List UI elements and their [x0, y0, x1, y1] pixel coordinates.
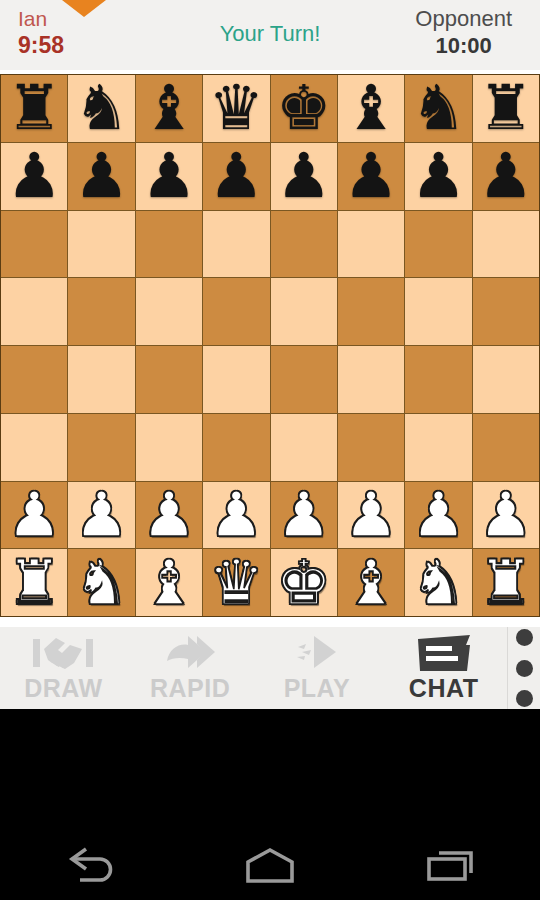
square-f4[interactable]	[338, 346, 404, 413]
bottom-black-area	[0, 709, 540, 900]
white-pawn: ♟	[411, 484, 467, 546]
square-b6[interactable]	[68, 211, 134, 278]
opponent-label: Opponent	[415, 6, 512, 32]
square-c7[interactable]: ♟	[136, 143, 202, 210]
chat-button[interactable]: CHAT	[380, 627, 507, 709]
square-d6[interactable]	[203, 211, 269, 278]
black-queen: ♛	[209, 77, 265, 139]
square-g5[interactable]	[405, 278, 471, 345]
square-e7[interactable]: ♟	[271, 143, 337, 210]
back-button[interactable]	[0, 846, 180, 884]
black-pawn: ♟	[209, 145, 265, 207]
square-g4[interactable]	[405, 346, 471, 413]
white-knight: ♞	[74, 552, 130, 614]
square-g1[interactable]: ♞	[405, 549, 471, 616]
square-f5[interactable]	[338, 278, 404, 345]
home-icon	[243, 846, 297, 884]
square-c6[interactable]	[136, 211, 202, 278]
square-f1[interactable]: ♝	[338, 549, 404, 616]
white-bishop: ♝	[343, 552, 399, 614]
black-pawn: ♟	[343, 145, 399, 207]
square-b2[interactable]: ♟	[68, 482, 134, 549]
square-c2[interactable]: ♟	[136, 482, 202, 549]
square-d7[interactable]: ♟	[203, 143, 269, 210]
menu-dot-icon	[516, 690, 533, 707]
square-d2[interactable]: ♟	[203, 482, 269, 549]
square-e4[interactable]	[271, 346, 337, 413]
square-c8[interactable]: ♝	[136, 75, 202, 142]
back-arrow-icon	[65, 846, 115, 884]
fast-forward-icon	[165, 633, 215, 673]
draw-label: DRAW	[24, 674, 102, 703]
square-b4[interactable]	[68, 346, 134, 413]
black-pawn: ♟	[6, 145, 62, 207]
square-h8[interactable]: ♜	[473, 75, 539, 142]
square-e2[interactable]: ♟	[271, 482, 337, 549]
square-a1[interactable]: ♜	[1, 549, 67, 616]
square-h2[interactable]: ♟	[473, 482, 539, 549]
black-rook: ♜	[478, 77, 534, 139]
chat-bubble-icon	[416, 633, 472, 673]
square-d3[interactable]	[203, 414, 269, 481]
opponent-clock: 10:00	[415, 32, 512, 59]
black-bishop: ♝	[343, 77, 399, 139]
chess-board: ♜♞♝♛♚♝♞♜♟♟♟♟♟♟♟♟♟♟♟♟♟♟♟♟♜♞♝♛♚♝♞♜	[0, 74, 540, 617]
square-h6[interactable]	[473, 211, 539, 278]
square-h3[interactable]	[473, 414, 539, 481]
black-pawn: ♟	[411, 145, 467, 207]
menu-dot-icon	[516, 660, 533, 677]
square-e3[interactable]	[271, 414, 337, 481]
white-pawn: ♟	[343, 484, 399, 546]
square-a7[interactable]: ♟	[1, 143, 67, 210]
recents-button[interactable]	[360, 846, 540, 884]
rapid-button[interactable]: RAPID	[127, 627, 254, 709]
app-screen: Ian 9:58 Your Turn! Opponent 10:00 ♜♞♝♛♚…	[0, 0, 540, 900]
white-pawn: ♟	[6, 484, 62, 546]
play-arrow-icon	[292, 633, 342, 673]
square-b8[interactable]: ♞	[68, 75, 134, 142]
white-rook: ♜	[6, 552, 62, 614]
square-d4[interactable]	[203, 346, 269, 413]
square-a6[interactable]	[1, 211, 67, 278]
white-rook: ♜	[478, 552, 534, 614]
square-a8[interactable]: ♜	[1, 75, 67, 142]
square-g3[interactable]	[405, 414, 471, 481]
handshake-icon	[32, 633, 94, 673]
square-e5[interactable]	[271, 278, 337, 345]
square-g2[interactable]: ♟	[405, 482, 471, 549]
action-toolbar: DRAW RAPID PLAY CHAT	[0, 627, 540, 709]
square-h5[interactable]	[473, 278, 539, 345]
white-knight: ♞	[411, 552, 467, 614]
square-f6[interactable]	[338, 211, 404, 278]
square-b5[interactable]	[68, 278, 134, 345]
play-label: PLAY	[284, 674, 350, 703]
opponent-info: Opponent 10:00	[415, 6, 512, 59]
black-king: ♚	[276, 77, 332, 139]
square-a3[interactable]	[1, 414, 67, 481]
square-d5[interactable]	[203, 278, 269, 345]
game-header: Ian 9:58 Your Turn! Opponent 10:00	[0, 0, 540, 70]
white-pawn: ♟	[141, 484, 197, 546]
square-b3[interactable]	[68, 414, 134, 481]
black-rook: ♜	[6, 77, 62, 139]
recents-icon	[424, 846, 476, 884]
home-button[interactable]	[180, 846, 360, 884]
rapid-label: RAPID	[150, 674, 230, 703]
white-bishop: ♝	[141, 552, 197, 614]
square-b7[interactable]: ♟	[68, 143, 134, 210]
square-e6[interactable]	[271, 211, 337, 278]
black-knight: ♞	[411, 77, 467, 139]
square-g7[interactable]: ♟	[405, 143, 471, 210]
white-pawn: ♟	[276, 484, 332, 546]
black-pawn: ♟	[141, 145, 197, 207]
square-a4[interactable]	[1, 346, 67, 413]
square-c4[interactable]	[136, 346, 202, 413]
square-e1[interactable]: ♚	[271, 549, 337, 616]
turn-indicator-arrow-icon	[62, 0, 106, 17]
square-g8[interactable]: ♞	[405, 75, 471, 142]
square-d8[interactable]: ♛	[203, 75, 269, 142]
black-bishop: ♝	[141, 77, 197, 139]
square-h4[interactable]	[473, 346, 539, 413]
square-b1[interactable]: ♞	[68, 549, 134, 616]
android-navbar	[0, 846, 540, 884]
play-button[interactable]: PLAY	[254, 627, 381, 709]
square-h1[interactable]: ♜	[473, 549, 539, 616]
black-pawn: ♟	[276, 145, 332, 207]
menu-dot-icon	[516, 629, 533, 646]
square-f8[interactable]: ♝	[338, 75, 404, 142]
draw-button[interactable]: DRAW	[0, 627, 127, 709]
square-a2[interactable]: ♟	[1, 482, 67, 549]
square-a5[interactable]	[1, 278, 67, 345]
square-e8[interactable]: ♚	[271, 75, 337, 142]
square-c3[interactable]	[136, 414, 202, 481]
black-pawn: ♟	[478, 145, 534, 207]
square-f2[interactable]: ♟	[338, 482, 404, 549]
black-knight: ♞	[74, 77, 130, 139]
white-king: ♚	[276, 552, 332, 614]
square-g6[interactable]	[405, 211, 471, 278]
square-c1[interactable]: ♝	[136, 549, 202, 616]
chat-label: CHAT	[409, 674, 479, 703]
black-pawn: ♟	[74, 145, 130, 207]
white-pawn: ♟	[209, 484, 265, 546]
square-h7[interactable]: ♟	[473, 143, 539, 210]
white-queen: ♛	[209, 552, 265, 614]
white-pawn: ♟	[74, 484, 130, 546]
white-pawn: ♟	[478, 484, 534, 546]
overflow-menu-button[interactable]	[507, 627, 540, 709]
square-f3[interactable]	[338, 414, 404, 481]
square-d1[interactable]: ♛	[203, 549, 269, 616]
square-c5[interactable]	[136, 278, 202, 345]
square-f7[interactable]: ♟	[338, 143, 404, 210]
